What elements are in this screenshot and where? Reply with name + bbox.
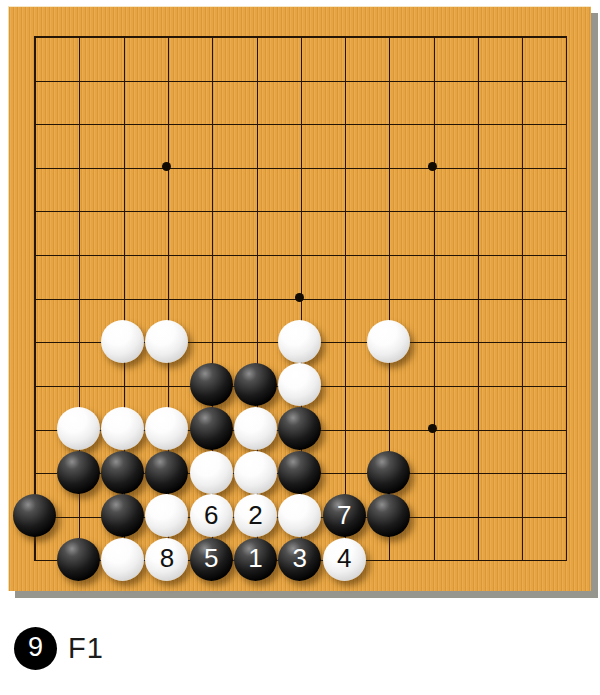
intersection xyxy=(366,363,410,407)
white-stone: 8 xyxy=(145,538,188,581)
intersection xyxy=(499,145,543,189)
intersection xyxy=(278,145,322,189)
intersection xyxy=(12,494,56,538)
intersection xyxy=(56,189,100,233)
move-number: 6 xyxy=(204,502,218,528)
intersection xyxy=(455,145,499,189)
intersection xyxy=(100,494,144,538)
intersection xyxy=(56,232,100,276)
intersection xyxy=(322,145,366,189)
white-stone xyxy=(367,320,410,363)
white-stone xyxy=(234,407,277,450)
intersection xyxy=(322,363,366,407)
black-stone xyxy=(190,363,233,406)
intersection xyxy=(100,363,144,407)
intersection xyxy=(366,538,410,582)
intersection xyxy=(543,319,587,363)
intersection xyxy=(543,363,587,407)
intersection xyxy=(411,189,455,233)
white-stone xyxy=(145,494,188,537)
intersection xyxy=(100,407,144,451)
intersection xyxy=(145,407,189,451)
intersection xyxy=(543,101,587,145)
caption-move-number: 9 xyxy=(28,634,43,661)
white-stone: 2 xyxy=(234,494,277,537)
intersection xyxy=(100,101,144,145)
intersection xyxy=(100,58,144,102)
intersection xyxy=(189,145,233,189)
intersection xyxy=(145,58,189,102)
intersection xyxy=(56,58,100,102)
intersection xyxy=(56,101,100,145)
intersection xyxy=(411,232,455,276)
white-stone: 6 xyxy=(190,494,233,537)
intersection xyxy=(189,58,233,102)
intersection xyxy=(56,319,100,363)
intersection xyxy=(12,276,56,320)
intersection xyxy=(278,319,322,363)
intersection xyxy=(366,14,410,58)
intersection xyxy=(455,319,499,363)
intersection xyxy=(233,14,277,58)
intersection xyxy=(499,14,543,58)
white-stone xyxy=(101,320,144,363)
move-number: 2 xyxy=(248,502,262,528)
intersection xyxy=(366,58,410,102)
intersection xyxy=(411,494,455,538)
intersection xyxy=(145,319,189,363)
intersection xyxy=(499,101,543,145)
intersection xyxy=(499,494,543,538)
intersection xyxy=(100,538,144,582)
intersection xyxy=(12,232,56,276)
intersection xyxy=(455,189,499,233)
intersection xyxy=(411,363,455,407)
intersection: 2 xyxy=(233,494,277,538)
intersection xyxy=(56,450,100,494)
intersection: 3 xyxy=(278,538,322,582)
intersection xyxy=(499,407,543,451)
intersection xyxy=(455,450,499,494)
intersection xyxy=(411,145,455,189)
intersection xyxy=(12,58,56,102)
intersection xyxy=(455,494,499,538)
white-stone xyxy=(234,451,277,494)
intersection xyxy=(12,450,56,494)
intersection xyxy=(278,189,322,233)
intersection xyxy=(499,319,543,363)
intersection xyxy=(455,407,499,451)
white-stone xyxy=(190,451,233,494)
black-stone xyxy=(367,494,410,537)
intersection xyxy=(499,363,543,407)
white-stone: 4 xyxy=(323,538,366,581)
intersection xyxy=(366,145,410,189)
intersection xyxy=(12,101,56,145)
intersection xyxy=(278,14,322,58)
black-stone xyxy=(234,363,277,406)
intersection xyxy=(411,101,455,145)
intersection: 4 xyxy=(322,538,366,582)
intersection xyxy=(411,407,455,451)
intersection xyxy=(543,232,587,276)
intersection xyxy=(411,14,455,58)
intersection xyxy=(233,58,277,102)
intersection xyxy=(145,232,189,276)
stones-grid: 62785134 xyxy=(12,14,588,581)
intersection xyxy=(12,407,56,451)
intersection xyxy=(233,407,277,451)
intersection xyxy=(145,14,189,58)
intersection xyxy=(100,189,144,233)
intersection xyxy=(322,407,366,451)
intersection xyxy=(145,494,189,538)
black-stone xyxy=(101,451,144,494)
intersection xyxy=(455,363,499,407)
intersection xyxy=(543,407,587,451)
intersection xyxy=(455,14,499,58)
intersection xyxy=(100,450,144,494)
black-stone xyxy=(367,451,410,494)
intersection xyxy=(278,101,322,145)
intersection xyxy=(322,58,366,102)
intersection xyxy=(322,319,366,363)
intersection xyxy=(278,450,322,494)
intersection xyxy=(12,14,56,58)
intersection xyxy=(56,494,100,538)
intersection xyxy=(278,407,322,451)
intersection xyxy=(12,363,56,407)
intersection xyxy=(543,14,587,58)
intersection xyxy=(543,450,587,494)
intersection xyxy=(145,363,189,407)
intersection xyxy=(411,450,455,494)
intersection xyxy=(499,58,543,102)
black-stone: 7 xyxy=(323,494,366,537)
intersection xyxy=(411,276,455,320)
intersection xyxy=(499,232,543,276)
white-stone xyxy=(278,363,321,406)
black-stone: 1 xyxy=(234,538,277,581)
intersection xyxy=(322,276,366,320)
intersection xyxy=(366,450,410,494)
intersection xyxy=(499,189,543,233)
black-stone xyxy=(101,494,144,537)
intersection xyxy=(233,363,277,407)
intersection xyxy=(56,363,100,407)
intersection xyxy=(145,450,189,494)
intersection xyxy=(189,319,233,363)
intersection xyxy=(499,538,543,582)
go-board: 62785134 xyxy=(8,6,591,591)
intersection xyxy=(145,101,189,145)
intersection xyxy=(100,14,144,58)
intersection xyxy=(411,538,455,582)
white-stone xyxy=(145,320,188,363)
intersection xyxy=(543,58,587,102)
intersection xyxy=(100,232,144,276)
white-stone xyxy=(278,494,321,537)
move-number: 5 xyxy=(204,545,218,571)
intersection xyxy=(455,276,499,320)
white-stone xyxy=(101,407,144,450)
intersection xyxy=(100,276,144,320)
white-stone xyxy=(57,407,100,450)
white-stone xyxy=(145,407,188,450)
caption: 9 F1 xyxy=(14,627,104,670)
move-number: 7 xyxy=(337,502,351,528)
intersection xyxy=(455,538,499,582)
intersection xyxy=(278,363,322,407)
intersection xyxy=(278,58,322,102)
intersection xyxy=(12,189,56,233)
intersection xyxy=(189,407,233,451)
intersection: 6 xyxy=(189,494,233,538)
intersection: 5 xyxy=(189,538,233,582)
intersection xyxy=(56,145,100,189)
intersection xyxy=(12,538,56,582)
intersection xyxy=(145,145,189,189)
intersection xyxy=(233,189,277,233)
intersection xyxy=(322,232,366,276)
black-stone xyxy=(57,538,100,581)
move-number: 1 xyxy=(248,545,262,571)
intersection xyxy=(189,189,233,233)
intersection: 1 xyxy=(233,538,277,582)
intersection xyxy=(56,538,100,582)
intersection xyxy=(411,58,455,102)
intersection xyxy=(12,145,56,189)
black-stone xyxy=(278,407,321,450)
intersection xyxy=(189,232,233,276)
intersection xyxy=(366,232,410,276)
intersection xyxy=(322,101,366,145)
intersection xyxy=(100,319,144,363)
intersection xyxy=(56,407,100,451)
black-stone xyxy=(278,451,321,494)
intersection xyxy=(189,450,233,494)
intersection xyxy=(233,101,277,145)
move-number: 4 xyxy=(337,545,351,571)
go-diagram-page: 62785134 9 F1 xyxy=(0,0,600,695)
intersection xyxy=(322,189,366,233)
white-stone xyxy=(278,320,321,363)
intersection xyxy=(499,276,543,320)
intersection xyxy=(322,450,366,494)
intersection xyxy=(543,538,587,582)
intersection xyxy=(145,276,189,320)
intersection xyxy=(189,14,233,58)
intersection xyxy=(56,14,100,58)
intersection: 7 xyxy=(322,494,366,538)
intersection xyxy=(233,276,277,320)
caption-coordinate-label: F1 xyxy=(68,632,104,665)
intersection xyxy=(189,276,233,320)
intersection xyxy=(499,450,543,494)
intersection xyxy=(366,494,410,538)
black-stone xyxy=(190,407,233,450)
intersection xyxy=(543,145,587,189)
intersection xyxy=(366,101,410,145)
black-stone: 5 xyxy=(190,538,233,581)
intersection: 8 xyxy=(145,538,189,582)
black-stone xyxy=(145,451,188,494)
intersection xyxy=(233,145,277,189)
intersection xyxy=(56,276,100,320)
intersection xyxy=(543,494,587,538)
intersection xyxy=(233,232,277,276)
intersection xyxy=(411,319,455,363)
intersection xyxy=(366,189,410,233)
black-stone: 3 xyxy=(278,538,321,581)
intersection xyxy=(543,189,587,233)
black-stone xyxy=(13,494,56,537)
intersection xyxy=(455,232,499,276)
intersection xyxy=(322,14,366,58)
intersection xyxy=(278,494,322,538)
white-stone xyxy=(101,538,144,581)
intersection xyxy=(145,189,189,233)
intersection xyxy=(455,101,499,145)
move-number: 3 xyxy=(293,545,307,571)
intersection xyxy=(366,319,410,363)
intersection xyxy=(189,363,233,407)
intersection xyxy=(233,450,277,494)
intersection xyxy=(100,145,144,189)
move-number: 8 xyxy=(160,545,174,571)
intersection xyxy=(543,276,587,320)
caption-stone-black: 9 xyxy=(14,627,57,670)
intersection xyxy=(189,101,233,145)
intersection xyxy=(233,319,277,363)
black-stone xyxy=(57,451,100,494)
intersection xyxy=(455,58,499,102)
intersection xyxy=(12,319,56,363)
intersection xyxy=(366,407,410,451)
intersection xyxy=(366,276,410,320)
intersection xyxy=(278,276,322,320)
intersection xyxy=(278,232,322,276)
